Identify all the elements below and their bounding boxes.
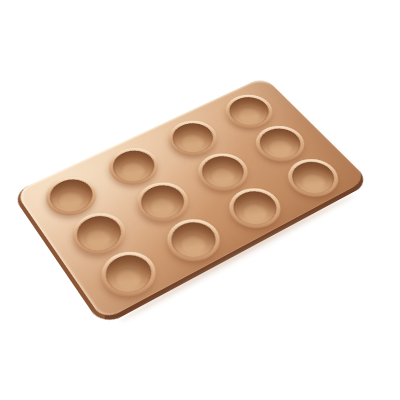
cup-cavity bbox=[165, 118, 221, 159]
cup-cavity bbox=[105, 145, 161, 188]
product-photo-scene bbox=[0, 0, 400, 400]
cup-floor bbox=[109, 262, 148, 295]
cup-cavity bbox=[284, 156, 343, 200]
cup-cavity bbox=[252, 123, 309, 164]
cup-cavity bbox=[43, 174, 100, 219]
cup-floor bbox=[232, 103, 266, 128]
cup-cavity bbox=[133, 179, 192, 225]
muffin-pan bbox=[11, 76, 371, 327]
cup-floor bbox=[116, 157, 152, 184]
cup-floor bbox=[295, 168, 332, 196]
cup-cavity bbox=[98, 248, 160, 300]
cup-cavity bbox=[194, 151, 252, 194]
cup-floor bbox=[236, 198, 274, 227]
cup-cavity bbox=[163, 216, 224, 265]
cup-floor bbox=[263, 134, 299, 160]
cup-cavity bbox=[69, 210, 129, 258]
cup-floor bbox=[174, 229, 212, 260]
cup-cavity bbox=[225, 185, 285, 231]
cup-floor bbox=[144, 192, 181, 221]
cup-floor bbox=[205, 162, 241, 190]
cup-floor bbox=[175, 129, 210, 155]
cup-floor bbox=[53, 186, 89, 215]
cup-cavity bbox=[222, 92, 277, 131]
cup-floor bbox=[80, 223, 118, 254]
